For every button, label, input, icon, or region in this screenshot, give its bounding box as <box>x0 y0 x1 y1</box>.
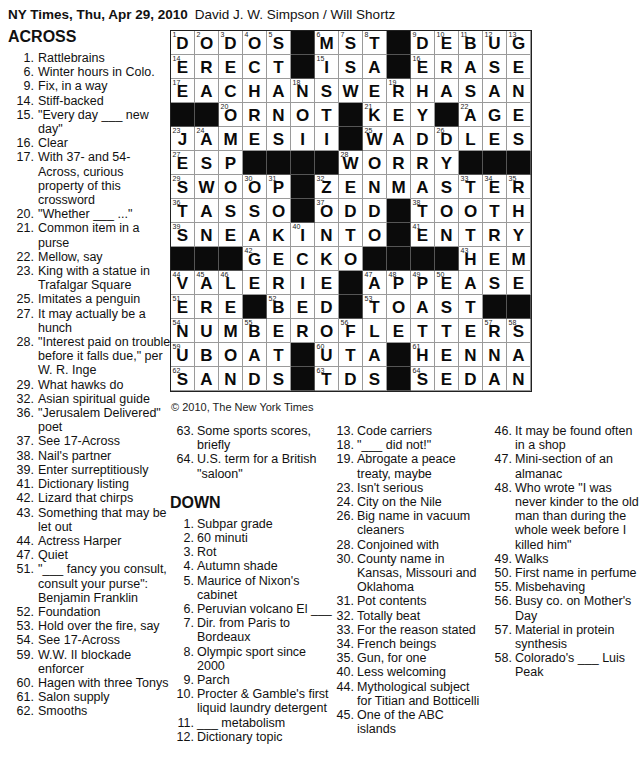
cell-letter: H <box>507 203 530 221</box>
clue-number: 60. <box>8 676 38 690</box>
clue-number: 9. <box>170 673 197 687</box>
black-cell <box>435 247 459 271</box>
black-cell <box>171 247 195 271</box>
grid-cell: N <box>315 223 339 247</box>
cell-letter: E <box>387 107 410 125</box>
grid-cell: D <box>315 295 339 319</box>
grid-cell: T <box>411 319 435 343</box>
black-cell <box>339 127 363 151</box>
clue-item: 47.Mini-section of an almanac <box>488 452 640 480</box>
cell-letter: T <box>411 203 434 221</box>
clue-text: "___ fancy you consult, consult your pur… <box>38 562 172 605</box>
black-cell <box>507 151 531 175</box>
grid-cell: 8T <box>363 31 387 55</box>
clue-item: 43.Something that may be let out <box>8 506 172 534</box>
cell-letter: R <box>195 299 218 317</box>
grid-cell: D <box>339 199 363 223</box>
clue-item: 6.Peruvian volcano El ___ <box>170 602 332 616</box>
grid-cell: D <box>363 199 387 223</box>
clue-number: 18. <box>330 438 357 452</box>
grid-cell: 42G <box>243 247 267 271</box>
cell-letter: N <box>291 83 314 101</box>
cell-letter: S <box>483 59 506 77</box>
cell-letter: T <box>363 35 386 53</box>
clue-text: Lizard that chirps <box>38 491 172 505</box>
clue-item: 58.Colorado's ___ Luis Peak <box>488 651 640 679</box>
cell-letter: I <box>291 131 314 149</box>
clue-text: Busy co. on Mother's Day <box>515 594 640 622</box>
cell-letter: T <box>267 347 290 365</box>
clue-item: 45.One of the ABC islands <box>330 708 486 736</box>
clue-item: 51."___ fancy you consult, consult your … <box>8 562 172 605</box>
cell-letter: A <box>411 299 434 317</box>
cell-letter: V <box>171 275 194 293</box>
cell-letter: T <box>435 323 458 341</box>
grid-cell: I <box>315 127 339 151</box>
grid-cell: 63T <box>315 367 339 391</box>
grid-cell: 47A <box>363 271 387 295</box>
clue-item: 22.Mellow, say <box>8 250 172 264</box>
cell-letter: R <box>387 83 410 101</box>
clue-text: "Every day ___ new day" <box>38 108 172 136</box>
cell-letter: H <box>243 83 266 101</box>
clue-number: 32. <box>8 392 38 406</box>
across-clue-column: ACROSS 1.Rattlebrains6.Winter hours in C… <box>8 28 172 719</box>
cell-letter: O <box>291 107 314 125</box>
cell-letter: Y <box>507 227 530 245</box>
cell-letter: S <box>507 323 530 341</box>
clue-text: City on the Nile <box>357 495 486 509</box>
grid-cell: H <box>243 79 267 103</box>
clue-number: 17. <box>8 150 38 207</box>
clue-item: 21.Common item in a purse <box>8 221 172 249</box>
grid-cell: I <box>291 271 315 295</box>
cell-letter: D <box>171 35 194 53</box>
cell-letter: E <box>507 107 530 125</box>
grid-cell: O <box>363 223 387 247</box>
clue-number: 20. <box>8 207 38 221</box>
grid-cell: 41E <box>411 223 435 247</box>
cell-letter: N <box>507 83 530 101</box>
grid-cell: N <box>459 343 483 367</box>
cell-letter: C <box>243 59 266 77</box>
clue-text: Pot contents <box>357 594 486 608</box>
black-cell <box>507 295 531 319</box>
clue-text: French beings <box>357 637 486 651</box>
grid-cell: 19R <box>387 79 411 103</box>
cell-letter: E <box>507 59 530 77</box>
clue-text: Actress Harper <box>38 534 172 548</box>
clue-item: 10.Procter & Gamble's first liquid laund… <box>170 687 332 715</box>
black-cell <box>291 367 315 391</box>
black-cell <box>459 151 483 175</box>
grid-cell: L <box>363 319 387 343</box>
cell-letter: S <box>171 371 194 389</box>
cell-letter: O <box>387 299 410 317</box>
clue-number: 23. <box>8 264 38 292</box>
cell-letter: W <box>363 131 386 149</box>
clue-item: 64.U.S. term for a British "saloon" <box>170 452 332 480</box>
clue-number: 7. <box>170 616 197 644</box>
clue-text: Big name in vacuum cleaners <box>357 509 486 537</box>
clue-item: 32.Asian spiritual guide <box>8 392 172 406</box>
black-cell <box>243 151 267 175</box>
clue-item: 32.Totally beat <box>330 609 486 623</box>
grid-cell: 29S <box>171 175 195 199</box>
grid-cell: 10E <box>435 31 459 55</box>
grid-cell: 36T <box>171 199 195 223</box>
grid-cell: E <box>363 79 387 103</box>
grid-cell: S <box>483 271 507 295</box>
cell-letter: C <box>291 251 314 269</box>
page-title: NY Times, Thu, Apr 29, 2010 <box>8 7 188 22</box>
clue-item: 37.See 17-Across <box>8 434 172 448</box>
grid-cell: S <box>267 127 291 151</box>
down-clue-list: 1.Subpar grade2.60 minuti3.Rot4.Autumn s… <box>170 517 332 744</box>
byline: David J. W. Simpson / Will Shortz <box>195 7 395 22</box>
clue-number: 1. <box>170 517 197 531</box>
cell-letter: E <box>459 323 482 341</box>
clue-item: 19.Abrogate a peace treaty, maybe <box>330 452 486 480</box>
grid-cell: N <box>435 223 459 247</box>
clue-number: 53. <box>8 619 38 633</box>
clue-text: For the reason stated <box>357 623 486 637</box>
clue-item: 46.It may be found often in a shop <box>488 424 640 452</box>
cell-letter: W <box>339 155 362 173</box>
cell-letter: S <box>171 179 194 197</box>
grid-cell: S <box>339 55 363 79</box>
grid-cell: O <box>219 343 243 367</box>
grid-cell: 53T <box>363 295 387 319</box>
black-cell <box>363 247 387 271</box>
black-cell <box>291 55 315 79</box>
grid-cell: E <box>243 271 267 295</box>
cell-letter: O <box>219 107 242 125</box>
cell-letter: O <box>435 203 458 221</box>
clue-text: What hawks do <box>38 378 172 392</box>
clue-item: 5.Maurice of Nixon's cabinet <box>170 574 332 602</box>
crossword-grid: 1D2O3D4O5S6M7S8T9D10E11B12U13G14ERECT15I… <box>170 30 532 392</box>
cell-letter: A <box>363 59 386 77</box>
black-cell <box>339 103 363 127</box>
clue-text: Mini-section of an almanac <box>515 452 640 480</box>
grid-cell: S <box>363 367 387 391</box>
clue-number: 6. <box>170 602 197 616</box>
cell-letter: E <box>171 59 194 77</box>
cell-letter: E <box>171 83 194 101</box>
clue-text: Subpar grade <box>197 517 332 531</box>
cell-letter: E <box>507 275 530 293</box>
black-cell <box>387 55 411 79</box>
cell-letter: H <box>459 251 482 269</box>
grid-cell: 20O <box>219 103 243 127</box>
grid-cell: S <box>483 55 507 79</box>
cell-letter: K <box>267 227 290 245</box>
cell-letter: O <box>315 323 338 341</box>
clue-text: Olympic sport since 2000 <box>197 645 332 673</box>
clue-item: 14.Stiff-backed <box>8 94 172 108</box>
cell-letter: Y <box>411 107 434 125</box>
cell-letter: A <box>243 347 266 365</box>
grid-cell: 60U <box>315 343 339 367</box>
clue-number: 1. <box>8 51 38 65</box>
clue-number: 55. <box>488 580 515 594</box>
clue-item: 20."Whether ___ ..." <box>8 207 172 221</box>
clue-item: 27.It may actually be a hunch <box>8 307 172 335</box>
black-cell <box>195 247 219 271</box>
grid-cell: R <box>291 319 315 343</box>
clue-text: Less welcoming <box>357 665 486 679</box>
cell-letter: S <box>219 203 242 221</box>
cell-letter: A <box>195 131 218 149</box>
clue-item: 15."Every day ___ new day" <box>8 108 172 136</box>
cell-letter: A <box>507 347 530 365</box>
cell-letter: S <box>435 299 458 317</box>
cell-letter: N <box>219 371 242 389</box>
clue-number: 32. <box>330 609 357 623</box>
clue-text: Enter surreptitiously <box>38 463 172 477</box>
cell-letter: E <box>291 299 314 317</box>
cell-letter: O <box>315 203 338 221</box>
grid-cell: T <box>315 103 339 127</box>
cell-letter: E <box>411 227 434 245</box>
cell-letter: T <box>459 179 482 197</box>
grid-cell: E <box>387 319 411 343</box>
clue-text: Conjoined with <box>357 538 486 552</box>
grid-cell: E <box>507 103 531 127</box>
grid-cell: A <box>459 55 483 79</box>
cell-letter: S <box>363 371 386 389</box>
cell-letter: S <box>339 35 362 53</box>
grid-cell: S <box>195 151 219 175</box>
cell-letter: B <box>243 323 266 341</box>
grid-cell: R <box>483 223 507 247</box>
clue-number: 5. <box>170 574 197 602</box>
clue-text: Rattlebrains <box>38 51 172 65</box>
clue-number: 22. <box>8 250 38 264</box>
clue-text: Parch <box>197 673 332 687</box>
grid-cell: 49P <box>411 271 435 295</box>
cell-letter: E <box>243 131 266 149</box>
cell-letter: T <box>339 227 362 245</box>
clue-number: 27. <box>8 307 38 335</box>
grid-cell: E <box>507 55 531 79</box>
cell-letter: N <box>195 227 218 245</box>
clue-item: 57.Material in protein synthesis <box>488 623 640 651</box>
cell-letter: N <box>363 179 386 197</box>
cell-letter: U <box>483 35 506 53</box>
grid-cell: M <box>507 247 531 271</box>
clue-number: 35. <box>330 651 357 665</box>
grid-cell: 27E <box>171 151 195 175</box>
cell-letter: E <box>483 251 506 269</box>
clue-item: 52.Foundation <box>8 605 172 619</box>
grid-cell: T <box>483 199 507 223</box>
grid-cell: N <box>507 79 531 103</box>
cell-letter: E <box>483 131 506 149</box>
cell-letter: E <box>267 251 290 269</box>
cell-letter: L <box>219 275 242 293</box>
clue-number: 56. <box>488 594 515 622</box>
clue-text: See 17-Across <box>38 633 172 647</box>
cell-letter: E <box>171 299 194 317</box>
clue-number: 12. <box>170 730 197 744</box>
cell-letter: A <box>195 275 218 293</box>
grid-cell: C <box>291 247 315 271</box>
grid-cell: 7S <box>339 31 363 55</box>
grid-cell: 6M <box>315 31 339 55</box>
clue-text: Hagen with three Tonys <box>38 676 172 690</box>
clue-item: 1.Subpar grade <box>170 517 332 531</box>
grid-cell: E <box>219 55 243 79</box>
cell-letter: M <box>219 323 242 341</box>
clue-item: 44.Actress Harper <box>8 534 172 548</box>
clue-text: Material in protein synthesis <box>515 623 640 651</box>
cell-letter: A <box>267 83 290 101</box>
grid-cell: P <box>219 151 243 175</box>
cell-letter: G <box>243 251 266 269</box>
clue-number: 45. <box>330 708 357 736</box>
cell-letter: S <box>267 35 290 53</box>
grid-cell: 15I <box>315 55 339 79</box>
grid-cell: A <box>363 343 387 367</box>
cell-letter: A <box>483 83 506 101</box>
clue-number: 31. <box>330 594 357 608</box>
grid-cell: A <box>195 79 219 103</box>
cell-letter: J <box>171 131 194 149</box>
black-cell <box>387 199 411 223</box>
grid-cell: N <box>219 367 243 391</box>
grid-cell: 37O <box>315 199 339 223</box>
grid-cell: B <box>195 343 219 367</box>
clue-number: 39. <box>8 463 38 477</box>
cell-letter: R <box>483 227 506 245</box>
clue-column-3: 13.Code carriers18."___ did not!"19.Abro… <box>330 424 486 736</box>
black-cell <box>411 247 435 271</box>
grid-cell: A <box>387 127 411 151</box>
cell-letter: S <box>243 203 266 221</box>
clue-number: 16. <box>8 136 38 150</box>
grid-cell: E <box>435 367 459 391</box>
clue-item: 47.Quiet <box>8 548 172 562</box>
cell-letter: E <box>243 275 266 293</box>
cell-letter: D <box>339 371 362 389</box>
grid-cell: E <box>507 271 531 295</box>
cell-letter: P <box>387 275 410 293</box>
cell-letter: O <box>339 251 362 269</box>
cell-letter: A <box>411 179 434 197</box>
cell-letter: R <box>483 323 506 341</box>
cell-letter: L <box>459 131 482 149</box>
cell-letter: O <box>243 179 266 197</box>
grid-cell: 61H <box>411 343 435 367</box>
clue-number: 37. <box>8 434 38 448</box>
black-cell <box>291 31 315 55</box>
grid-cell: A <box>411 175 435 199</box>
grid-cell: A <box>243 223 267 247</box>
clue-number: 49. <box>488 552 515 566</box>
cell-letter: P <box>411 275 434 293</box>
cell-letter: E <box>363 83 386 101</box>
black-cell <box>291 151 315 175</box>
grid-cell: A <box>483 79 507 103</box>
cell-letter: N <box>171 323 194 341</box>
cell-letter: N <box>459 347 482 365</box>
cell-letter: E <box>219 299 242 317</box>
clue-text: One of the ABC islands <box>357 708 486 736</box>
grid-cell: 58S <box>507 319 531 343</box>
grid-cell: O <box>291 103 315 127</box>
cell-letter: E <box>219 59 242 77</box>
grid-cell: 16E <box>411 55 435 79</box>
cell-letter: U <box>171 347 194 365</box>
grid-cell: 44V <box>171 271 195 295</box>
clue-text: It may actually be a hunch <box>38 307 172 335</box>
clue-item: 39.Enter surreptitiously <box>8 463 172 477</box>
grid-cell: 56F <box>339 319 363 343</box>
clue-text: Walks <box>515 552 640 566</box>
black-cell <box>339 271 363 295</box>
clue-item: 1.Rattlebrains <box>8 51 172 65</box>
clue-number: 64. <box>170 452 197 480</box>
grid-cell: O <box>435 199 459 223</box>
clue-item: 23.King with a statue in Trafalgar Squar… <box>8 264 172 292</box>
grid-cell: 59U <box>171 343 195 367</box>
cell-letter: U <box>195 323 218 341</box>
clue-number: 62. <box>8 704 38 718</box>
grid-cell: O <box>459 199 483 223</box>
clue-item: 13.Code carriers <box>330 424 486 438</box>
cell-letter: M <box>387 179 410 197</box>
cell-letter: R <box>243 107 266 125</box>
clue-text: Gun, for one <box>357 651 486 665</box>
cell-letter: T <box>339 347 362 365</box>
copyright: © 2010, The New York Times <box>171 401 313 413</box>
clue-item: 18."___ did not!" <box>330 438 486 452</box>
cell-letter: E <box>267 323 290 341</box>
clue-item: 3.Rot <box>170 545 332 559</box>
grid-cell: 39S <box>171 223 195 247</box>
clue-number: 58. <box>488 651 515 679</box>
cell-letter: O <box>243 35 266 53</box>
clue-item: 9.Fix, in a way <box>8 79 172 93</box>
grid-cell: R <box>195 295 219 319</box>
clue-number: 51. <box>8 562 38 605</box>
black-cell <box>387 247 411 271</box>
clue-text: U.S. term for a British "saloon" <box>197 452 332 480</box>
cell-letter: N <box>483 347 506 365</box>
grid-cell: E <box>459 319 483 343</box>
cell-letter: N <box>507 371 530 389</box>
clue-item: 11.___ metabolism <box>170 716 332 730</box>
cell-letter: S <box>315 83 338 101</box>
clue-number: 15. <box>8 108 38 136</box>
grid-cell: 32Z <box>315 175 339 199</box>
across-clue-list: 1.Rattlebrains6.Winter hours in Colo.9.F… <box>8 51 172 719</box>
grid-cell: M <box>219 319 243 343</box>
clue-item: 30.County name in Kansas, Missouri and O… <box>330 552 486 595</box>
cell-letter: R <box>411 155 434 173</box>
clue-number: 57. <box>488 623 515 651</box>
grid-cell: E <box>387 103 411 127</box>
grid-cell: O <box>219 175 243 199</box>
cell-letter: T <box>483 203 506 221</box>
cell-letter: S <box>483 275 506 293</box>
cell-letter: R <box>507 179 530 197</box>
cell-letter: D <box>459 371 482 389</box>
grid-cell: 50E <box>435 271 459 295</box>
cell-letter: C <box>219 83 242 101</box>
